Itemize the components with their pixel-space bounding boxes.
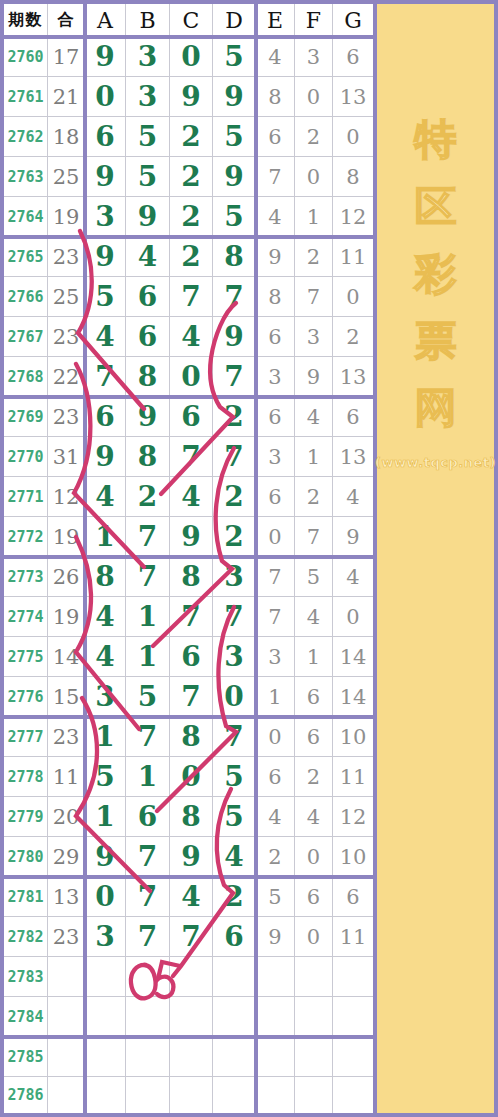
cell-2786-C-empty <box>170 1077 213 1113</box>
cell-2784-A-empty <box>85 997 126 1037</box>
sum-2765: 23 <box>48 237 85 277</box>
cell-2780-B: 7 <box>126 837 170 877</box>
cell-2782-A: 3 <box>85 917 126 957</box>
cell-2777-D: 7 <box>213 717 256 757</box>
cell-2782-E: 9 <box>256 917 295 957</box>
period-2770: 2770 <box>4 437 48 477</box>
cell-2779-G: 12 <box>333 797 373 837</box>
cell-2777-G: 10 <box>333 717 373 757</box>
cell-2779-F: 4 <box>295 797 333 837</box>
sum-2763: 25 <box>48 157 85 197</box>
cell-2769-B: 9 <box>126 397 170 437</box>
cell-2781-C: 4 <box>170 877 213 917</box>
header-sum: 合 <box>48 4 85 37</box>
cell-2777-B: 7 <box>126 717 170 757</box>
thick-divider-g1 <box>4 235 373 239</box>
cell-2771-D: 2 <box>213 477 256 517</box>
cell-2776-G: 14 <box>333 677 373 717</box>
cell-2782-F: 0 <box>295 917 333 957</box>
cell-2764-A: 3 <box>85 197 126 237</box>
sum-2778: 11 <box>48 757 85 797</box>
cell-2769-E: 6 <box>256 397 295 437</box>
cell-2763-A: 9 <box>85 157 126 197</box>
sum-2785-empty <box>48 1037 85 1077</box>
sum-2782: 23 <box>48 917 85 957</box>
cell-2775-G: 14 <box>333 637 373 677</box>
cell-2776-E: 1 <box>256 677 295 717</box>
period-2766: 2766 <box>4 277 48 317</box>
cell-2784-D-empty <box>213 997 256 1037</box>
cell-2774-B: 1 <box>126 597 170 637</box>
sum-2776: 15 <box>48 677 85 717</box>
cell-2773-B: 7 <box>126 557 170 597</box>
cell-2785-F-empty <box>295 1037 333 1077</box>
watermark-url: (www.tqcp.net) <box>375 455 496 470</box>
cell-2765-A: 9 <box>85 237 126 277</box>
cell-2776-D: 0 <box>213 677 256 717</box>
sum-2784-empty <box>48 997 85 1037</box>
header-col-F: F <box>295 4 333 37</box>
cell-2772-C: 9 <box>170 517 213 557</box>
cell-2771-E: 6 <box>256 477 295 517</box>
header-col-B: B <box>126 4 170 37</box>
cell-2768-A: 7 <box>85 357 126 397</box>
cell-2769-C: 6 <box>170 397 213 437</box>
cell-2763-G: 8 <box>333 157 373 197</box>
sum-2762: 18 <box>48 117 85 157</box>
cell-2761-G: 13 <box>333 77 373 117</box>
cell-2785-E-empty <box>256 1037 295 1077</box>
period-2778: 2778 <box>4 757 48 797</box>
cell-2775-F: 1 <box>295 637 333 677</box>
cell-2786-E-empty <box>256 1077 295 1113</box>
cell-2779-D: 5 <box>213 797 256 837</box>
period-2772: 2772 <box>4 517 48 557</box>
trend-board: 期数合ABCDEFG276017930543627612103998013276… <box>0 0 377 1117</box>
cell-2766-C: 7 <box>170 277 213 317</box>
period-2769: 2769 <box>4 397 48 437</box>
period-2763: 2763 <box>4 157 48 197</box>
period-2764: 2764 <box>4 197 48 237</box>
sum-2761: 21 <box>48 77 85 117</box>
cell-2779-E: 4 <box>256 797 295 837</box>
cell-2764-E: 4 <box>256 197 295 237</box>
cell-2761-D: 9 <box>213 77 256 117</box>
period-2776: 2776 <box>4 677 48 717</box>
cell-2775-E: 3 <box>256 637 295 677</box>
cell-2778-B: 1 <box>126 757 170 797</box>
header-col-E: E <box>256 4 295 37</box>
cell-2786-D-empty <box>213 1077 256 1113</box>
sum-2780: 29 <box>48 837 85 877</box>
cell-2762-C: 2 <box>170 117 213 157</box>
cell-2775-B: 1 <box>126 637 170 677</box>
cell-2763-B: 5 <box>126 157 170 197</box>
cell-2761-C: 9 <box>170 77 213 117</box>
cell-2773-F: 5 <box>295 557 333 597</box>
cell-2780-C: 9 <box>170 837 213 877</box>
cell-2760-B: 3 <box>126 37 170 77</box>
cell-2767-G: 2 <box>333 317 373 357</box>
cell-2774-D: 7 <box>213 597 256 637</box>
cell-2772-A: 1 <box>85 517 126 557</box>
cell-2761-E: 8 <box>256 77 295 117</box>
cell-2785-A-empty <box>85 1037 126 1077</box>
sum-2774: 19 <box>48 597 85 637</box>
cell-2772-B: 7 <box>126 517 170 557</box>
cell-2785-C-empty <box>170 1037 213 1077</box>
cell-2778-F: 2 <box>295 757 333 797</box>
cell-2784-C-empty <box>170 997 213 1037</box>
cell-2767-F: 3 <box>295 317 333 357</box>
cell-2763-E: 7 <box>256 157 295 197</box>
cell-2762-A: 6 <box>85 117 126 157</box>
cell-2768-D: 7 <box>213 357 256 397</box>
watermark-char-2: 区 <box>415 173 457 240</box>
cell-2774-E: 7 <box>256 597 295 637</box>
sum-2779: 20 <box>48 797 85 837</box>
cell-2783-F-empty <box>295 957 333 997</box>
cell-2764-D: 5 <box>213 197 256 237</box>
period-2761: 2761 <box>4 77 48 117</box>
cell-2772-G: 9 <box>333 517 373 557</box>
cell-2767-B: 6 <box>126 317 170 357</box>
cell-2773-C: 8 <box>170 557 213 597</box>
cell-2777-F: 6 <box>295 717 333 757</box>
cell-2760-C: 0 <box>170 37 213 77</box>
cell-2765-C: 2 <box>170 237 213 277</box>
cell-2766-E: 8 <box>256 277 295 317</box>
period-2780: 2780 <box>4 837 48 877</box>
period-2781: 2781 <box>4 877 48 917</box>
cell-2773-E: 7 <box>256 557 295 597</box>
cell-2771-A: 4 <box>85 477 126 517</box>
cell-2770-A: 9 <box>85 437 126 477</box>
cell-2780-A: 9 <box>85 837 126 877</box>
lottery-trend-chart-page: 期数合ABCDEFG276017930543627612103998013276… <box>0 0 498 1117</box>
cell-2767-A: 4 <box>85 317 126 357</box>
sum-2775: 14 <box>48 637 85 677</box>
cell-2760-D: 5 <box>213 37 256 77</box>
cell-2770-F: 1 <box>295 437 333 477</box>
cell-2777-A: 1 <box>85 717 126 757</box>
cell-2761-A: 0 <box>85 77 126 117</box>
cell-2780-F: 0 <box>295 837 333 877</box>
cell-2780-E: 2 <box>256 837 295 877</box>
sum-2777: 23 <box>48 717 85 757</box>
cell-2762-E: 6 <box>256 117 295 157</box>
period-2760: 2760 <box>4 37 48 77</box>
cell-2762-F: 2 <box>295 117 333 157</box>
period-2783: 2783 <box>4 957 48 997</box>
cell-2770-E: 3 <box>256 437 295 477</box>
cell-2776-C: 7 <box>170 677 213 717</box>
cell-2764-G: 12 <box>333 197 373 237</box>
cell-2783-D-empty <box>213 957 256 997</box>
cell-2767-E: 6 <box>256 317 295 357</box>
cell-2776-F: 6 <box>295 677 333 717</box>
cell-2778-A: 5 <box>85 757 126 797</box>
cell-2769-D: 2 <box>213 397 256 437</box>
cell-2784-B-empty <box>126 997 170 1037</box>
cell-2770-D: 7 <box>213 437 256 477</box>
cell-2770-B: 8 <box>126 437 170 477</box>
cell-2784-G-empty <box>333 997 373 1037</box>
cell-2781-A: 0 <box>85 877 126 917</box>
watermark-char-1: 特 <box>415 106 457 173</box>
cell-2773-A: 8 <box>85 557 126 597</box>
cell-2786-A-empty <box>85 1077 126 1113</box>
cell-2779-B: 6 <box>126 797 170 837</box>
cell-2779-A: 1 <box>85 797 126 837</box>
sum-2770: 31 <box>48 437 85 477</box>
thick-divider-g4 <box>4 715 373 719</box>
period-2767: 2767 <box>4 317 48 357</box>
cell-2781-D: 2 <box>213 877 256 917</box>
cell-2778-C: 0 <box>170 757 213 797</box>
cell-2775-A: 4 <box>85 637 126 677</box>
cell-2774-G: 0 <box>333 597 373 637</box>
cell-2768-F: 9 <box>295 357 333 397</box>
cell-2769-F: 4 <box>295 397 333 437</box>
sum-2764: 19 <box>48 197 85 237</box>
cell-2782-C: 7 <box>170 917 213 957</box>
cell-2762-B: 5 <box>126 117 170 157</box>
cell-2766-G: 0 <box>333 277 373 317</box>
period-2771: 2771 <box>4 477 48 517</box>
cell-2760-G: 6 <box>333 37 373 77</box>
header-col-G: G <box>333 4 373 37</box>
period-2777: 2777 <box>4 717 48 757</box>
cell-2782-D: 6 <box>213 917 256 957</box>
cell-2763-F: 0 <box>295 157 333 197</box>
cell-2774-F: 4 <box>295 597 333 637</box>
watermark-char-5: 网 <box>415 374 457 441</box>
cell-2767-D: 9 <box>213 317 256 357</box>
cell-2766-F: 7 <box>295 277 333 317</box>
cell-2762-G: 0 <box>333 117 373 157</box>
cell-2761-F: 0 <box>295 77 333 117</box>
cell-2785-B-empty <box>126 1037 170 1077</box>
cell-2768-G: 13 <box>333 357 373 397</box>
cell-2771-C: 4 <box>170 477 213 517</box>
cell-2772-F: 7 <box>295 517 333 557</box>
period-2765: 2765 <box>4 237 48 277</box>
cell-2776-A: 3 <box>85 677 126 717</box>
header-col-D: D <box>213 4 256 37</box>
cell-2760-A: 9 <box>85 37 126 77</box>
cell-2765-B: 4 <box>126 237 170 277</box>
cell-2769-G: 6 <box>333 397 373 437</box>
cell-2786-F-empty <box>295 1077 333 1113</box>
cell-2771-G: 4 <box>333 477 373 517</box>
header-col-A: A <box>85 4 126 37</box>
header-col-C: C <box>170 4 213 37</box>
cell-2786-B-empty <box>126 1077 170 1113</box>
cell-2766-B: 6 <box>126 277 170 317</box>
cell-2774-C: 7 <box>170 597 213 637</box>
thick-divider-g3 <box>4 555 373 559</box>
cell-2764-B: 9 <box>126 197 170 237</box>
cell-2782-G: 11 <box>333 917 373 957</box>
sum-2786-empty <box>48 1077 85 1113</box>
cell-2760-F: 3 <box>295 37 333 77</box>
cell-2778-E: 6 <box>256 757 295 797</box>
cell-2777-E: 0 <box>256 717 295 757</box>
sum-2772: 19 <box>48 517 85 557</box>
cell-2775-C: 6 <box>170 637 213 677</box>
cell-2778-D: 5 <box>213 757 256 797</box>
cell-2762-D: 5 <box>213 117 256 157</box>
cell-2781-G: 6 <box>333 877 373 917</box>
cell-2776-B: 5 <box>126 677 170 717</box>
sum-2766: 25 <box>48 277 85 317</box>
cell-2760-E: 4 <box>256 37 295 77</box>
period-2782: 2782 <box>4 917 48 957</box>
sum-2760: 17 <box>48 37 85 77</box>
cell-2784-E-empty <box>256 997 295 1037</box>
cell-2783-B-empty <box>126 957 170 997</box>
period-2784: 2784 <box>4 997 48 1037</box>
watermark-sidebar: 特区彩票网(www.tqcp.net) <box>377 0 498 1117</box>
period-2774: 2774 <box>4 597 48 637</box>
cell-2774-A: 4 <box>85 597 126 637</box>
cell-2761-B: 3 <box>126 77 170 117</box>
period-2762: 2762 <box>4 117 48 157</box>
cell-2765-D: 8 <box>213 237 256 277</box>
sum-2781: 13 <box>48 877 85 917</box>
cell-2783-C-empty <box>170 957 213 997</box>
cell-2780-G: 10 <box>333 837 373 877</box>
period-2785: 2785 <box>4 1037 48 1077</box>
period-2775: 2775 <box>4 637 48 677</box>
sum-2771: 12 <box>48 477 85 517</box>
period-2768: 2768 <box>4 357 48 397</box>
cell-2773-D: 3 <box>213 557 256 597</box>
cell-2768-B: 8 <box>126 357 170 397</box>
cell-2769-A: 6 <box>85 397 126 437</box>
cell-2768-E: 3 <box>256 357 295 397</box>
watermark-char-3: 彩 <box>415 240 457 307</box>
cell-2781-B: 7 <box>126 877 170 917</box>
cell-2777-C: 8 <box>170 717 213 757</box>
cell-2765-G: 11 <box>333 237 373 277</box>
cell-2785-G-empty <box>333 1037 373 1077</box>
cell-2773-G: 4 <box>333 557 373 597</box>
cell-2786-G-empty <box>333 1077 373 1113</box>
thick-divider-header <box>4 35 373 39</box>
sum-2773: 26 <box>48 557 85 597</box>
cell-2775-D: 3 <box>213 637 256 677</box>
cell-2784-F-empty <box>295 997 333 1037</box>
header-period: 期数 <box>4 4 48 37</box>
cell-2772-D: 2 <box>213 517 256 557</box>
cell-2781-F: 6 <box>295 877 333 917</box>
cell-2764-F: 1 <box>295 197 333 237</box>
cell-2768-C: 0 <box>170 357 213 397</box>
cell-2779-C: 8 <box>170 797 213 837</box>
period-2773: 2773 <box>4 557 48 597</box>
cell-2771-B: 2 <box>126 477 170 517</box>
cell-2771-F: 2 <box>295 477 333 517</box>
thick-divider-g6 <box>4 1035 373 1039</box>
cell-2764-C: 2 <box>170 197 213 237</box>
thick-divider-g5 <box>4 875 373 879</box>
cell-2780-D: 4 <box>213 837 256 877</box>
cell-2782-B: 7 <box>126 917 170 957</box>
cell-2783-A-empty <box>85 957 126 997</box>
cell-2770-C: 7 <box>170 437 213 477</box>
cell-2781-E: 5 <box>256 877 295 917</box>
watermark-char-4: 票 <box>415 307 457 374</box>
cell-2783-G-empty <box>333 957 373 997</box>
cell-2783-E-empty <box>256 957 295 997</box>
period-2779: 2779 <box>4 797 48 837</box>
cell-2765-E: 9 <box>256 237 295 277</box>
thick-divider-g2 <box>4 395 373 399</box>
sum-2768: 22 <box>48 357 85 397</box>
cell-2763-D: 9 <box>213 157 256 197</box>
cell-2767-C: 4 <box>170 317 213 357</box>
cell-2785-D-empty <box>213 1037 256 1077</box>
period-2786: 2786 <box>4 1077 48 1113</box>
cell-2763-C: 2 <box>170 157 213 197</box>
cell-2772-E: 0 <box>256 517 295 557</box>
sum-2783-empty <box>48 957 85 997</box>
cell-2770-G: 13 <box>333 437 373 477</box>
sum-2767: 23 <box>48 317 85 357</box>
cell-2766-D: 7 <box>213 277 256 317</box>
cell-2765-F: 2 <box>295 237 333 277</box>
cell-2778-G: 11 <box>333 757 373 797</box>
cell-2766-A: 5 <box>85 277 126 317</box>
sum-2769: 23 <box>48 397 85 437</box>
